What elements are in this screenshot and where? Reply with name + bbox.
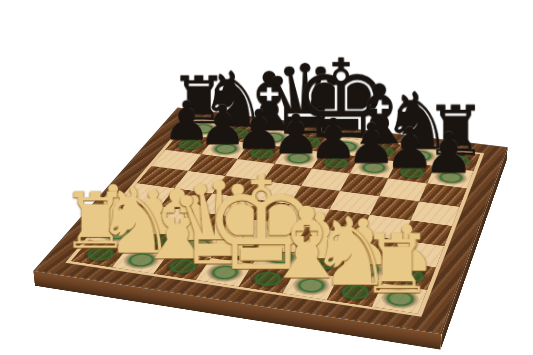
board-frame: ♜♞♝♛♚♝♞♜♟♟♟♟♟♟♟♟♟♟♟♟♟♟♟♟♜♞♝♛♚♝♞♜ [33, 107, 508, 334]
chess-set-product-photo: ♜♞♝♛♚♝♞♜♟♟♟♟♟♟♟♟♟♟♟♟♟♟♟♟♜♞♝♛♚♝♞♜ [0, 0, 533, 355]
chess-board: ♜♞♝♛♚♝♞♜♟♟♟♟♟♟♟♟♟♟♟♟♟♟♟♟♜♞♝♛♚♝♞♜ [33, 107, 508, 334]
white-rook-h1[interactable]: ♜ [335, 223, 459, 305]
black-pawn-h7[interactable]: ♟ [396, 125, 502, 181]
board-grid: ♜♞♝♛♚♝♞♜♟♟♟♟♟♟♟♟♟♟♟♟♟♟♟♟♜♞♝♛♚♝♞♜ [71, 119, 480, 314]
square-h1[interactable]: ♜ [372, 283, 427, 313]
